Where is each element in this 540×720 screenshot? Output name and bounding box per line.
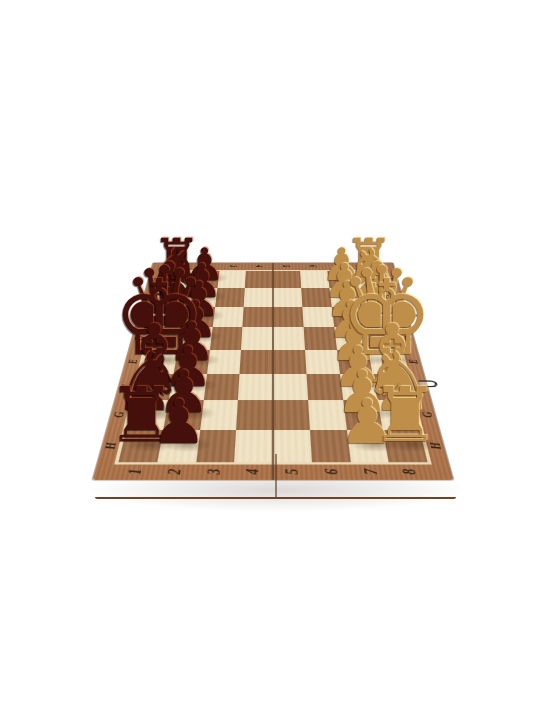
- square-f3[interactable]: [203, 374, 239, 401]
- square-e7[interactable]: [337, 350, 373, 374]
- square-c4[interactable]: [243, 307, 273, 327]
- square-a3[interactable]: [217, 271, 246, 288]
- square-g2[interactable]: [163, 400, 203, 429]
- file-label-right-b: B: [375, 295, 418, 301]
- rank-label-back-8: 8: [358, 261, 376, 272]
- square-g6[interactable]: [308, 400, 346, 429]
- board-scene: 12345678 12345678 ABCDEFGH ABCDEFGH: [0, 0, 540, 720]
- file-label-right-h: H: [407, 441, 465, 451]
- rank-label-back-1: 1: [171, 261, 189, 272]
- square-b2[interactable]: [186, 288, 217, 307]
- square-c2[interactable]: [182, 307, 215, 327]
- square-d3[interactable]: [210, 327, 243, 349]
- square-b5[interactable]: [273, 288, 302, 307]
- square-c7[interactable]: [331, 307, 364, 327]
- file-label-g: G: [91, 410, 146, 419]
- file-label-right-d: D: [384, 335, 431, 342]
- square-e3[interactable]: [207, 350, 242, 374]
- file-label-a: A: [134, 277, 175, 282]
- square-d4[interactable]: [241, 327, 273, 349]
- file-label-d: D: [115, 335, 162, 342]
- square-d2[interactable]: [178, 327, 212, 349]
- file-label-h: H: [82, 441, 140, 451]
- square-f4[interactable]: [238, 374, 273, 401]
- square-e5[interactable]: [273, 350, 306, 374]
- square-g4[interactable]: [236, 400, 273, 429]
- square-a6[interactable]: [300, 271, 329, 288]
- file-label-right-g: G: [400, 410, 455, 419]
- latch-hook-icon-upper: [400, 313, 417, 318]
- square-f5[interactable]: [273, 374, 308, 401]
- square-g3[interactable]: [200, 400, 238, 429]
- rank-label-back-3: 3: [225, 261, 241, 272]
- square-f7[interactable]: [339, 374, 377, 401]
- square-c6[interactable]: [302, 307, 334, 327]
- chess-set-product-photo: 12345678 12345678 ABCDEFGH ABCDEFGH ♜♞♝♛…: [0, 0, 540, 720]
- file-label-right-a: A: [371, 277, 412, 282]
- square-c5[interactable]: [273, 307, 303, 327]
- rank-label-back-6: 6: [305, 261, 321, 272]
- rank-label-back-7: 7: [331, 261, 348, 272]
- latch-hook-icon-lower: [418, 380, 438, 387]
- square-b6[interactable]: [301, 288, 331, 307]
- square-f6[interactable]: [306, 374, 342, 401]
- square-a4[interactable]: [245, 271, 273, 288]
- square-a7[interactable]: [327, 271, 357, 288]
- rank-label-back-2: 2: [198, 261, 215, 272]
- square-b3[interactable]: [215, 288, 245, 307]
- square-a5[interactable]: [273, 271, 301, 288]
- square-e2[interactable]: [173, 350, 209, 374]
- file-label-e: E: [108, 358, 157, 365]
- file-label-right-e: E: [389, 358, 438, 365]
- rank-label-back-4: 4: [252, 261, 267, 272]
- chess-board: 12345678 12345678 ABCDEFGH ABCDEFGH: [93, 263, 453, 480]
- square-d5[interactable]: [273, 327, 305, 349]
- square-g5[interactable]: [273, 400, 310, 429]
- square-d6[interactable]: [303, 327, 336, 349]
- square-a2[interactable]: [189, 271, 219, 288]
- file-label-c: C: [122, 314, 167, 320]
- rank-labels-back: 12345678: [166, 263, 381, 269]
- square-d7[interactable]: [334, 327, 368, 349]
- square-e4[interactable]: [240, 350, 273, 374]
- file-label-b: B: [128, 295, 171, 301]
- folding-box-front-side: [95, 454, 456, 499]
- rank-label-back-5: 5: [279, 261, 294, 272]
- file-label-f: F: [100, 383, 152, 391]
- square-f2[interactable]: [168, 374, 206, 401]
- square-b7[interactable]: [329, 288, 360, 307]
- square-c3[interactable]: [212, 307, 244, 327]
- square-e6[interactable]: [305, 350, 340, 374]
- square-g7[interactable]: [343, 400, 383, 429]
- square-b4[interactable]: [244, 288, 273, 307]
